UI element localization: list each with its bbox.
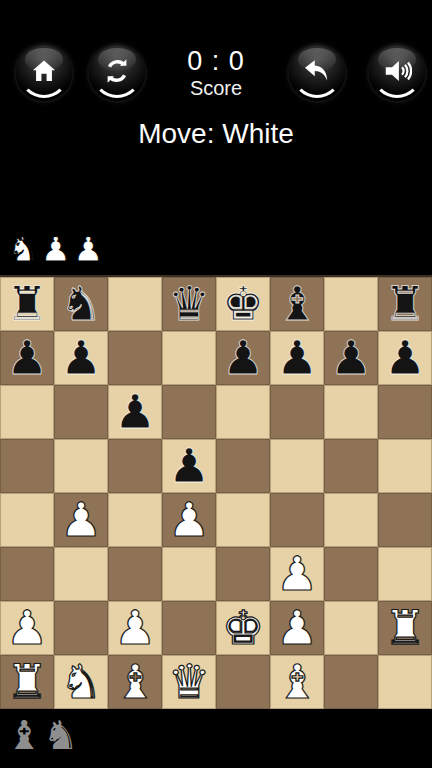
square-f4[interactable] — [270, 493, 324, 547]
piece-white-knight[interactable]: ♞ — [60, 655, 102, 709]
square-d4[interactable]: ♟ — [162, 493, 216, 547]
square-a8[interactable]: ♜ — [0, 277, 54, 331]
piece-white-pawn[interactable]: ♟ — [114, 601, 156, 655]
square-g3[interactable] — [324, 547, 378, 601]
square-e6[interactable] — [216, 385, 270, 439]
piece-black-pawn[interactable]: ♟ — [60, 331, 102, 385]
square-d5[interactable]: ♟ — [162, 439, 216, 493]
piece-white-pawn[interactable]: ♟ — [6, 601, 48, 655]
piece-black-king[interactable]: ♚ — [222, 277, 264, 331]
square-d7[interactable] — [162, 331, 216, 385]
piece-white-queen[interactable]: ♛ — [168, 655, 210, 709]
piece-black-bishop[interactable]: ♝ — [276, 277, 318, 331]
square-g4[interactable] — [324, 493, 378, 547]
square-f5[interactable] — [270, 439, 324, 493]
square-c7[interactable] — [108, 331, 162, 385]
home-icon — [30, 57, 58, 89]
captured-black-knight-icon: ♞ — [43, 712, 79, 758]
square-e1[interactable] — [216, 655, 270, 709]
piece-white-pawn[interactable]: ♟ — [60, 493, 102, 547]
score-block: 0 : 0 Score — [0, 46, 432, 100]
square-d8[interactable]: ♛ — [162, 277, 216, 331]
square-c8[interactable] — [108, 277, 162, 331]
piece-white-pawn[interactable]: ♟ — [168, 493, 210, 547]
piece-black-pawn[interactable]: ♟ — [330, 331, 372, 385]
square-c4[interactable] — [108, 493, 162, 547]
square-h5[interactable] — [378, 439, 432, 493]
square-b8[interactable]: ♞ — [54, 277, 108, 331]
chess-board: ♜♞♛♚♝♜♟♟♟♟♟♟♟♟♟♟♟♟♟♚♟♜♜♞♝♛♝ — [0, 275, 432, 709]
piece-black-pawn[interactable]: ♟ — [6, 331, 48, 385]
piece-white-rook[interactable]: ♜ — [6, 655, 48, 709]
piece-black-pawn[interactable]: ♟ — [114, 385, 156, 439]
square-b6[interactable] — [54, 385, 108, 439]
speaker-icon — [382, 56, 412, 90]
square-a4[interactable] — [0, 493, 54, 547]
piece-white-pawn[interactable]: ♟ — [276, 601, 318, 655]
captured-black-bishop-icon: ♝ — [6, 712, 42, 758]
piece-white-bishop[interactable]: ♝ — [114, 655, 156, 709]
square-h6[interactable] — [378, 385, 432, 439]
square-h2[interactable]: ♜ — [378, 601, 432, 655]
square-e5[interactable] — [216, 439, 270, 493]
square-f3[interactable]: ♟ — [270, 547, 324, 601]
square-h3[interactable] — [378, 547, 432, 601]
square-b2[interactable] — [54, 601, 108, 655]
square-c6[interactable]: ♟ — [108, 385, 162, 439]
square-e8[interactable]: ♚ — [216, 277, 270, 331]
square-b4[interactable]: ♟ — [54, 493, 108, 547]
piece-black-pawn[interactable]: ♟ — [168, 439, 210, 493]
piece-black-rook[interactable]: ♜ — [384, 277, 426, 331]
square-g8[interactable] — [324, 277, 378, 331]
square-f1[interactable]: ♝ — [270, 655, 324, 709]
piece-black-knight[interactable]: ♞ — [60, 277, 102, 331]
square-e7[interactable]: ♟ — [216, 331, 270, 385]
square-g5[interactable] — [324, 439, 378, 493]
score-label: Score — [0, 77, 432, 100]
piece-white-pawn[interactable]: ♟ — [276, 547, 318, 601]
square-a2[interactable]: ♟ — [0, 601, 54, 655]
square-e3[interactable] — [216, 547, 270, 601]
square-c3[interactable] — [108, 547, 162, 601]
square-g1[interactable] — [324, 655, 378, 709]
square-d1[interactable]: ♛ — [162, 655, 216, 709]
square-b3[interactable] — [54, 547, 108, 601]
square-h7[interactable]: ♟ — [378, 331, 432, 385]
square-f2[interactable]: ♟ — [270, 601, 324, 655]
square-c5[interactable] — [108, 439, 162, 493]
piece-black-queen[interactable]: ♛ — [168, 277, 210, 331]
captured-white-pawn-icon: ♟ — [73, 230, 103, 268]
square-d2[interactable] — [162, 601, 216, 655]
piece-white-king[interactable]: ♚ — [222, 601, 264, 655]
piece-white-bishop[interactable]: ♝ — [276, 655, 318, 709]
undo-icon — [302, 56, 332, 90]
move-indicator: Move: White — [0, 118, 432, 150]
square-c1[interactable]: ♝ — [108, 655, 162, 709]
square-a7[interactable]: ♟ — [0, 331, 54, 385]
piece-black-pawn[interactable]: ♟ — [222, 331, 264, 385]
square-f6[interactable] — [270, 385, 324, 439]
square-a5[interactable] — [0, 439, 54, 493]
square-h1[interactable] — [378, 655, 432, 709]
square-d3[interactable] — [162, 547, 216, 601]
piece-white-rook[interactable]: ♜ — [384, 601, 426, 655]
score-value: 0 : 0 — [0, 46, 432, 77]
square-g2[interactable] — [324, 601, 378, 655]
square-h8[interactable]: ♜ — [378, 277, 432, 331]
captured-white-tray: ♞♟♟ — [8, 230, 103, 268]
square-b5[interactable] — [54, 439, 108, 493]
captured-white-pawn-icon: ♟ — [40, 230, 70, 268]
square-g6[interactable] — [324, 385, 378, 439]
square-h4[interactable] — [378, 493, 432, 547]
square-g7[interactable]: ♟ — [324, 331, 378, 385]
chess-app-screen: 0 : 0 Score Move: White ♞♟♟ ♜♞♛♚♝♜♟♟♟♟♟♟… — [0, 0, 432, 768]
restart-icon — [102, 56, 132, 90]
square-c2[interactable]: ♟ — [108, 601, 162, 655]
piece-black-pawn[interactable]: ♟ — [276, 331, 318, 385]
square-a3[interactable] — [0, 547, 54, 601]
piece-black-pawn[interactable]: ♟ — [384, 331, 426, 385]
square-e4[interactable] — [216, 493, 270, 547]
square-a1[interactable]: ♜ — [0, 655, 54, 709]
square-f7[interactable]: ♟ — [270, 331, 324, 385]
square-a6[interactable] — [0, 385, 54, 439]
captured-white-knight-icon: ♞ — [8, 230, 38, 268]
square-b7[interactable]: ♟ — [54, 331, 108, 385]
square-e2[interactable]: ♚ — [216, 601, 270, 655]
square-f8[interactable]: ♝ — [270, 277, 324, 331]
square-b1[interactable]: ♞ — [54, 655, 108, 709]
square-d6[interactable] — [162, 385, 216, 439]
piece-black-rook[interactable]: ♜ — [6, 277, 48, 331]
captured-black-tray: ♝♞ — [6, 712, 79, 758]
